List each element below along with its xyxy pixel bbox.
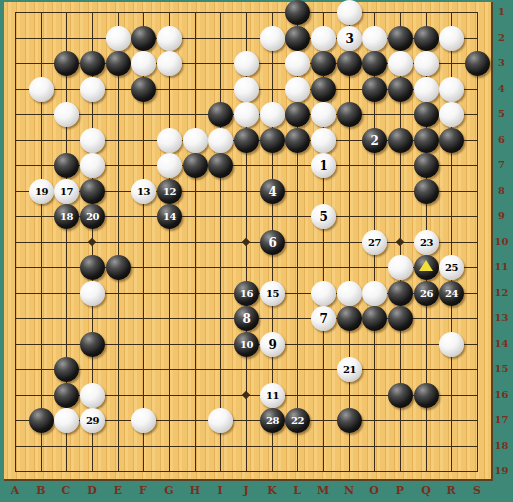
stone-C9[interactable]: 18 [54, 204, 79, 229]
stone-K17[interactable]: 28 [260, 408, 285, 433]
stone-G8[interactable]: 12 [157, 179, 182, 204]
stone-M2[interactable] [311, 26, 336, 51]
stone-B4[interactable] [29, 77, 54, 102]
stone-Q12[interactable]: 26 [414, 281, 439, 306]
stone-N17[interactable] [337, 408, 362, 433]
stone-E2[interactable] [106, 26, 131, 51]
coordinate-column-label: O [366, 483, 382, 498]
stone-P13[interactable] [388, 306, 413, 331]
stone-H7[interactable] [183, 153, 208, 178]
stone-D4[interactable] [80, 77, 105, 102]
stone-M6[interactable] [311, 128, 336, 153]
stone-I7[interactable] [208, 153, 233, 178]
stone-M4[interactable] [311, 77, 336, 102]
coordinate-row-label: 18 [491, 439, 512, 453]
stone-Q5[interactable] [414, 102, 439, 127]
stone-R11[interactable]: 25 [439, 255, 464, 280]
stone-M9[interactable]: 5 [311, 204, 336, 229]
stone-N12[interactable] [337, 281, 362, 306]
grid-line-horizontal [15, 471, 478, 472]
stone-J6[interactable] [234, 128, 259, 153]
stone-R12[interactable]: 24 [439, 281, 464, 306]
stone-L6[interactable] [285, 128, 310, 153]
stone-M3[interactable] [311, 51, 336, 76]
stone-L3[interactable] [285, 51, 310, 76]
stone-M12[interactable] [311, 281, 336, 306]
stone-N13[interactable] [337, 306, 362, 331]
stone-O10[interactable]: 27 [362, 230, 387, 255]
stone-M13[interactable]: 7 [311, 306, 336, 331]
stone-O13[interactable] [362, 306, 387, 331]
stone-N5[interactable] [337, 102, 362, 127]
stone-C3[interactable] [54, 51, 79, 76]
stone-C5[interactable] [54, 102, 79, 127]
stone-D14[interactable] [80, 332, 105, 357]
stone-D6[interactable] [80, 128, 105, 153]
stone-R2[interactable] [439, 26, 464, 51]
stone-Q10[interactable]: 23 [414, 230, 439, 255]
coordinate-column-label: D [84, 483, 100, 498]
coordinate-row-label: 9 [491, 209, 512, 223]
stone-N1[interactable] [337, 0, 362, 25]
stone-I5[interactable] [208, 102, 233, 127]
stone-J4[interactable] [234, 77, 259, 102]
coordinate-row-label: 8 [491, 184, 512, 198]
coordinate-row-label: 4 [491, 82, 512, 96]
grid-line-vertical [477, 12, 478, 472]
coordinate-row-label: 7 [491, 158, 512, 172]
stone-O12[interactable] [362, 281, 387, 306]
stone-O2[interactable] [362, 26, 387, 51]
coordinate-column-label: M [315, 483, 331, 498]
coordinate-column-label: S [469, 483, 485, 498]
coordinate-column-label: F [135, 483, 151, 498]
coordinate-row-label: 5 [491, 107, 512, 121]
go-diagram: 3211917131241820145627232516152624871092… [0, 0, 513, 502]
stone-J14[interactable]: 10 [234, 332, 259, 357]
stone-F3[interactable] [131, 51, 156, 76]
coordinate-column-label: N [341, 483, 357, 498]
stone-Q2[interactable] [414, 26, 439, 51]
stone-D17[interactable]: 29 [80, 408, 105, 433]
coordinate-row-label: 16 [491, 388, 512, 402]
stone-L2[interactable] [285, 26, 310, 51]
stone-P6[interactable] [388, 128, 413, 153]
stone-I17[interactable] [208, 408, 233, 433]
stone-B17[interactable] [29, 408, 54, 433]
stone-P2[interactable] [388, 26, 413, 51]
coordinate-column-label: B [33, 483, 49, 498]
stone-N3[interactable] [337, 51, 362, 76]
stone-Q3[interactable] [414, 51, 439, 76]
coordinate-column-label: G [161, 483, 177, 498]
coordinate-column-label: Q [418, 483, 434, 498]
stone-B8[interactable]: 19 [29, 179, 54, 204]
coordinate-column-label: K [264, 483, 280, 498]
stone-F8[interactable]: 13 [131, 179, 156, 204]
stone-Q16[interactable] [414, 383, 439, 408]
stone-K12[interactable]: 15 [260, 281, 285, 306]
stone-M7[interactable]: 1 [311, 153, 336, 178]
stone-O4[interactable] [362, 77, 387, 102]
stone-D12[interactable] [80, 281, 105, 306]
stone-F17[interactable] [131, 408, 156, 433]
coordinate-row-label: 1 [491, 5, 512, 19]
stone-C8[interactable]: 17 [54, 179, 79, 204]
stone-D9[interactable]: 20 [80, 204, 105, 229]
coordinate-column-label: I [212, 483, 228, 498]
grid-line-horizontal [15, 369, 478, 370]
stone-E3[interactable] [106, 51, 131, 76]
stone-C7[interactable] [54, 153, 79, 178]
stone-L4[interactable] [285, 77, 310, 102]
coordinate-column-label: C [58, 483, 74, 498]
coordinate-row-label: 2 [491, 31, 512, 45]
coordinate-row-label: 11 [491, 260, 512, 274]
stone-F2[interactable] [131, 26, 156, 51]
stone-L1[interactable] [285, 0, 310, 25]
stone-D7[interactable] [80, 153, 105, 178]
grid-line-vertical [349, 12, 350, 472]
stone-Q4[interactable] [414, 77, 439, 102]
coordinate-column-label: L [289, 483, 305, 498]
stone-G3[interactable] [157, 51, 182, 76]
coordinate-row-label: 3 [491, 56, 512, 70]
coordinate-row-label: 12 [491, 286, 512, 300]
coordinate-row-label: 15 [491, 362, 512, 376]
coordinate-row-label: 6 [491, 133, 512, 147]
stone-L17[interactable]: 22 [285, 408, 310, 433]
coordinate-row-label: 14 [491, 337, 512, 351]
stone-O3[interactable] [362, 51, 387, 76]
stone-C17[interactable] [54, 408, 79, 433]
stone-P16[interactable] [388, 383, 413, 408]
stone-G2[interactable] [157, 26, 182, 51]
stone-I6[interactable] [208, 128, 233, 153]
stone-H6[interactable] [183, 128, 208, 153]
stone-F4[interactable] [131, 77, 156, 102]
stone-P3[interactable] [388, 51, 413, 76]
stone-R5[interactable] [439, 102, 464, 127]
stone-D3[interactable] [80, 51, 105, 76]
stone-R6[interactable] [439, 128, 464, 153]
stone-K14[interactable]: 9 [260, 332, 285, 357]
stone-K6[interactable] [260, 128, 285, 153]
coordinate-column-label: E [110, 483, 126, 498]
coordinate-row-label: 17 [491, 413, 512, 427]
stone-J3[interactable] [234, 51, 259, 76]
stone-O6[interactable]: 2 [362, 128, 387, 153]
coordinate-column-label: P [392, 483, 408, 498]
stone-S3[interactable] [465, 51, 490, 76]
stone-Q7[interactable] [414, 153, 439, 178]
stone-Q6[interactable] [414, 128, 439, 153]
grid-line-horizontal [15, 446, 478, 447]
stone-P12[interactable] [388, 281, 413, 306]
stone-D16[interactable] [80, 383, 105, 408]
stone-P11[interactable] [388, 255, 413, 280]
coordinate-column-label: J [238, 483, 254, 498]
stone-N15[interactable]: 21 [337, 357, 362, 382]
stone-L5[interactable] [285, 102, 310, 127]
coordinate-row-label: 10 [491, 235, 512, 249]
stone-J12[interactable]: 16 [234, 281, 259, 306]
coordinate-row-label: 13 [491, 311, 512, 325]
triangle-marker [419, 260, 433, 271]
stone-D8[interactable] [80, 179, 105, 204]
stone-J13[interactable]: 8 [234, 306, 259, 331]
stone-K8[interactable]: 4 [260, 179, 285, 204]
stone-D11[interactable] [80, 255, 105, 280]
stone-E11[interactable] [106, 255, 131, 280]
stone-K10[interactable]: 6 [260, 230, 285, 255]
coordinate-column-label: A [7, 483, 23, 498]
stone-N2[interactable]: 3 [337, 26, 362, 51]
stone-R4[interactable] [439, 77, 464, 102]
stone-K16[interactable]: 11 [260, 383, 285, 408]
coordinate-row-label: 19 [491, 464, 512, 478]
stone-M5[interactable] [311, 102, 336, 127]
coordinate-column-label: H [187, 483, 203, 498]
stone-K2[interactable] [260, 26, 285, 51]
stone-P4[interactable] [388, 77, 413, 102]
stone-Q8[interactable] [414, 179, 439, 204]
stone-G9[interactable]: 14 [157, 204, 182, 229]
stone-G7[interactable] [157, 153, 182, 178]
stone-C16[interactable] [54, 383, 79, 408]
stone-C15[interactable] [54, 357, 79, 382]
stone-K5[interactable] [260, 102, 285, 127]
coordinate-column-label: R [443, 483, 459, 498]
stone-J5[interactable] [234, 102, 259, 127]
stone-G6[interactable] [157, 128, 182, 153]
stone-R14[interactable] [439, 332, 464, 357]
